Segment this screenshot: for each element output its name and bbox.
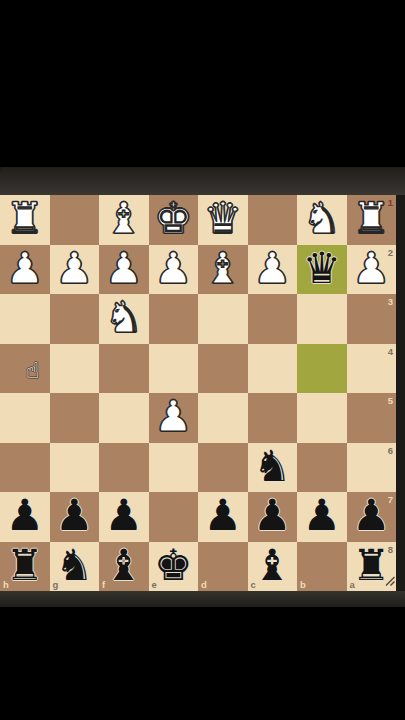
piece-white-rook[interactable]: ♜	[352, 197, 391, 240]
square-e5[interactable]: ♟	[149, 393, 199, 443]
square-h6[interactable]	[0, 443, 50, 493]
rank-label-2: 2	[388, 248, 393, 258]
square-e8[interactable]: ♚e	[149, 542, 199, 592]
square-h8[interactable]: ♜h	[0, 542, 50, 592]
square-h5[interactable]	[0, 393, 50, 443]
square-d2[interactable]: ♝	[198, 245, 248, 295]
square-c2[interactable]: ♟	[248, 245, 298, 295]
video-frame: ♜♝♚♛♞♜1♟♟♟♟♝♟♛♟2♞34♟5♞6♟♟♟♟♟♟♟7♜h♞g♝f♚ed…	[0, 0, 405, 720]
file-label-a: a	[350, 580, 355, 590]
square-f8[interactable]: ♝f	[99, 542, 149, 592]
square-f6[interactable]	[99, 443, 149, 493]
piece-white-pawn[interactable]: ♟	[55, 247, 94, 290]
square-g3[interactable]	[50, 294, 100, 344]
square-c5[interactable]	[248, 393, 298, 443]
square-b2[interactable]: ♛	[297, 245, 347, 295]
piece-white-bishop[interactable]: ♝	[203, 247, 242, 290]
piece-black-pawn[interactable]: ♟	[55, 494, 94, 537]
piece-white-pawn[interactable]: ♟	[154, 395, 193, 438]
square-c4[interactable]	[248, 344, 298, 394]
square-d6[interactable]	[198, 443, 248, 493]
square-f1[interactable]: ♝	[99, 195, 149, 245]
piece-white-king[interactable]: ♚	[154, 197, 193, 240]
square-a7[interactable]: ♟7	[347, 492, 397, 542]
square-h3[interactable]	[0, 294, 50, 344]
square-d1[interactable]: ♛	[198, 195, 248, 245]
file-label-d: d	[201, 580, 207, 590]
chess-board: ♜♝♚♛♞♜1♟♟♟♟♝♟♛♟2♞34♟5♞6♟♟♟♟♟♟♟7♜h♞g♝f♚ed…	[0, 195, 396, 591]
square-d5[interactable]	[198, 393, 248, 443]
square-a1[interactable]: ♜1	[347, 195, 397, 245]
piece-white-pawn[interactable]: ♟	[5, 247, 44, 290]
square-a3[interactable]: 3	[347, 294, 397, 344]
window-top-margin	[0, 167, 405, 195]
rank-label-3: 3	[388, 297, 393, 307]
square-g7[interactable]: ♟	[50, 492, 100, 542]
piece-white-pawn[interactable]: ♟	[352, 247, 391, 290]
square-d3[interactable]	[198, 294, 248, 344]
square-h4[interactable]	[0, 344, 50, 394]
file-label-e: e	[152, 580, 157, 590]
piece-black-pawn[interactable]: ♟	[253, 494, 292, 537]
piece-black-king[interactable]: ♚	[154, 544, 193, 587]
piece-black-pawn[interactable]: ♟	[203, 494, 242, 537]
square-b1[interactable]: ♞	[297, 195, 347, 245]
square-g4[interactable]	[50, 344, 100, 394]
square-a8[interactable]: ♜8a	[347, 542, 397, 592]
square-a6[interactable]: 6	[347, 443, 397, 493]
rank-label-8: 8	[388, 545, 393, 555]
square-b3[interactable]	[297, 294, 347, 344]
square-d4[interactable]	[198, 344, 248, 394]
square-d7[interactable]: ♟	[198, 492, 248, 542]
square-h1[interactable]: ♜	[0, 195, 50, 245]
square-d8[interactable]: d	[198, 542, 248, 592]
square-g5[interactable]	[50, 393, 100, 443]
square-e1[interactable]: ♚	[149, 195, 199, 245]
piece-white-knight[interactable]: ♞	[302, 197, 341, 240]
square-b8[interactable]: b	[297, 542, 347, 592]
piece-white-queen[interactable]: ♛	[203, 197, 242, 240]
square-g2[interactable]: ♟	[50, 245, 100, 295]
piece-black-bishop[interactable]: ♝	[253, 544, 292, 587]
square-e7[interactable]	[149, 492, 199, 542]
square-e4[interactable]	[149, 344, 199, 394]
square-g6[interactable]	[50, 443, 100, 493]
piece-black-pawn[interactable]: ♟	[5, 494, 44, 537]
piece-black-bishop[interactable]: ♝	[104, 544, 143, 587]
rank-label-1: 1	[388, 198, 393, 208]
square-a2[interactable]: ♟2	[347, 245, 397, 295]
window-bottom-margin	[0, 591, 405, 607]
square-e6[interactable]	[149, 443, 199, 493]
square-e2[interactable]: ♟	[149, 245, 199, 295]
piece-white-knight[interactable]: ♞	[104, 296, 143, 339]
piece-black-pawn[interactable]: ♟	[104, 494, 143, 537]
piece-white-pawn[interactable]: ♟	[154, 247, 193, 290]
rank-label-4: 4	[388, 347, 393, 357]
piece-white-pawn[interactable]: ♟	[253, 247, 292, 290]
piece-white-rook[interactable]: ♜	[5, 197, 44, 240]
piece-black-queen[interactable]: ♛	[302, 247, 341, 290]
square-f3[interactable]: ♞	[99, 294, 149, 344]
file-label-f: f	[102, 580, 105, 590]
piece-white-bishop[interactable]: ♝	[104, 197, 143, 240]
file-label-h: h	[3, 580, 9, 590]
square-a4[interactable]: 4	[347, 344, 397, 394]
square-f2[interactable]: ♟	[99, 245, 149, 295]
resize-handle-icon[interactable]	[384, 572, 395, 590]
square-e3[interactable]	[149, 294, 199, 344]
rank-label-6: 6	[388, 446, 393, 456]
square-f7[interactable]: ♟	[99, 492, 149, 542]
square-c7[interactable]: ♟	[248, 492, 298, 542]
rank-label-7: 7	[388, 495, 393, 505]
square-c6[interactable]: ♞	[248, 443, 298, 493]
square-b6[interactable]	[297, 443, 347, 493]
square-b7[interactable]: ♟	[297, 492, 347, 542]
piece-black-knight[interactable]: ♞	[55, 544, 94, 587]
file-label-c: c	[251, 580, 256, 590]
square-b4[interactable]	[297, 344, 347, 394]
square-b5[interactable]	[297, 393, 347, 443]
piece-black-pawn[interactable]: ♟	[352, 494, 391, 537]
square-h2[interactable]: ♟	[0, 245, 50, 295]
square-c1[interactable]	[248, 195, 298, 245]
square-g8[interactable]: ♞g	[50, 542, 100, 592]
rank-label-5: 5	[388, 396, 393, 406]
square-g1[interactable]	[50, 195, 100, 245]
piece-black-rook[interactable]: ♜	[5, 544, 44, 587]
square-f5[interactable]	[99, 393, 149, 443]
square-a5[interactable]: 5	[347, 393, 397, 443]
square-h7[interactable]: ♟	[0, 492, 50, 542]
square-c8[interactable]: ♝c	[248, 542, 298, 592]
chess-app-window: ♜♝♚♛♞♜1♟♟♟♟♝♟♛♟2♞34♟5♞6♟♟♟♟♟♟♟7♜h♞g♝f♚ed…	[0, 167, 405, 607]
file-label-b: b	[300, 580, 306, 590]
piece-black-knight[interactable]: ♞	[253, 445, 292, 488]
square-f4[interactable]	[99, 344, 149, 394]
square-c3[interactable]	[248, 294, 298, 344]
file-label-g: g	[53, 580, 59, 590]
piece-black-pawn[interactable]: ♟	[302, 494, 341, 537]
piece-white-pawn[interactable]: ♟	[104, 247, 143, 290]
